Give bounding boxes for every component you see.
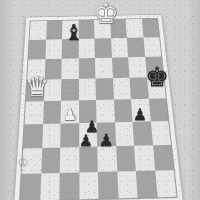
piece-black-bishop[interactable]: ♝ — [64, 22, 84, 44]
piece-white-queen[interactable]: ♛ — [25, 73, 49, 100]
piece-white-king[interactable]: ♚ — [93, 0, 118, 28]
piece-black-pawn-2[interactable]: ♟ — [133, 107, 147, 123]
piece-layer: ♚♝♚♛♟♟♟♟♟ — [0, 0, 200, 200]
chessboard-photo: ♚♝♚♛♟♟♟♟♟ ♔ — [0, 0, 200, 200]
piece-white-pawn[interactable]: ♟ — [63, 107, 77, 123]
piece-black-king[interactable]: ♚ — [145, 63, 169, 90]
piece-black-pawn-4[interactable]: ♟ — [98, 132, 113, 149]
faint-corner-marking: ♔ — [17, 156, 29, 169]
piece-black-pawn-3[interactable]: ♟ — [79, 133, 93, 149]
